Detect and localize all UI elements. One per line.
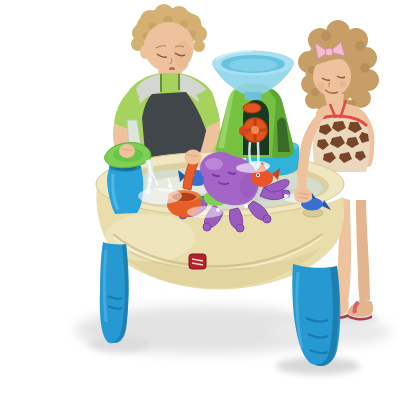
product-photo [0,0,400,400]
scene-svg [0,0,400,400]
boy-ear [140,45,150,59]
boy-hand-left [185,150,202,165]
brand-badge [189,254,206,269]
girl-swimsuit [313,116,370,172]
table-leg-left [100,242,129,343]
spinner-top [243,103,261,113]
boy-hand-right [119,144,135,158]
